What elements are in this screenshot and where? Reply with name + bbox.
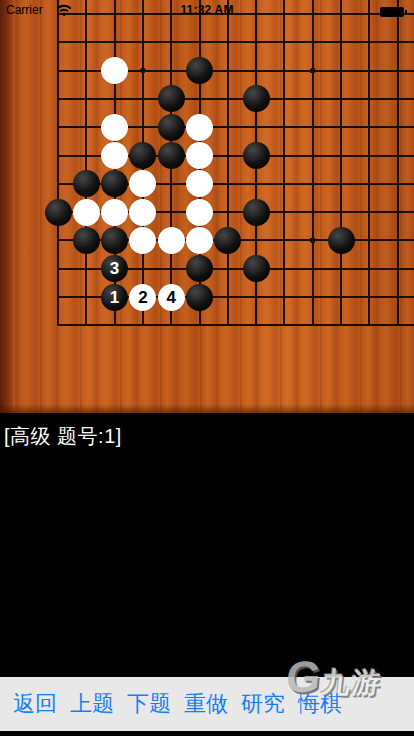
stone-black-A5 <box>45 199 72 226</box>
stone-black-H5 <box>243 199 270 226</box>
toolbar-button-next-problem[interactable]: 下题 <box>127 689 171 719</box>
status-bar: Carrier 11:32 AM <box>0 0 414 20</box>
stone-black-C4 <box>101 227 128 254</box>
info-panel: [高级 题号:1] <box>0 413 414 677</box>
star-point <box>310 238 316 244</box>
stone-white-C10 <box>101 57 128 84</box>
stone-white-F4 <box>186 227 213 254</box>
stone-black-B4 <box>73 227 100 254</box>
stone-black-H9 <box>243 85 270 112</box>
stone-black-E9 <box>158 85 185 112</box>
stone-white-D5 <box>129 199 156 226</box>
stone-white-C5 <box>101 199 128 226</box>
stone-white-E2: 4 <box>158 284 185 311</box>
stone-white-E4 <box>158 227 185 254</box>
toolbar-button-back[interactable]: 返回 <box>13 689 57 719</box>
stone-white-F5 <box>186 199 213 226</box>
battery-icon <box>380 7 404 17</box>
stone-black-B6 <box>73 170 100 197</box>
stone-white-F8 <box>186 114 213 141</box>
status-time: 11:32 AM <box>0 3 414 17</box>
stone-black-G4 <box>214 227 241 254</box>
stone-white-F7 <box>186 142 213 169</box>
star-point <box>140 68 146 74</box>
stone-black-F3 <box>186 255 213 282</box>
stone-black-L4 <box>328 227 355 254</box>
problem-info-label: [高级 题号:1] <box>0 413 414 450</box>
bottom-toolbar: 返回上题下题重做研究悔棋 <box>0 677 414 731</box>
stone-black-F2 <box>186 284 213 311</box>
toolbar-button-prev-problem[interactable]: 上题 <box>70 689 114 719</box>
stone-black-C2: 1 <box>101 284 128 311</box>
toolbar-button-undo[interactable]: 悔棋 <box>298 689 342 719</box>
stone-white-C7 <box>101 142 128 169</box>
phone-screen: 3124 Carrier 11:32 AM [高级 题号:1] G 九游 返回上… <box>0 0 414 736</box>
stone-black-H3 <box>243 255 270 282</box>
bottom-black-strip <box>0 731 414 736</box>
board-bottom-shade <box>0 404 414 413</box>
stone-white-C8 <box>101 114 128 141</box>
stone-black-E7 <box>158 142 185 169</box>
toolbar-button-redo[interactable]: 重做 <box>184 689 228 719</box>
go-board[interactable]: 3124 <box>0 0 414 413</box>
star-point <box>310 68 316 74</box>
stone-white-B5 <box>73 199 100 226</box>
stone-black-E8 <box>158 114 185 141</box>
toolbar-button-research[interactable]: 研究 <box>241 689 285 719</box>
stone-black-H7 <box>243 142 270 169</box>
stone-black-F10 <box>186 57 213 84</box>
stone-white-D2: 2 <box>129 284 156 311</box>
